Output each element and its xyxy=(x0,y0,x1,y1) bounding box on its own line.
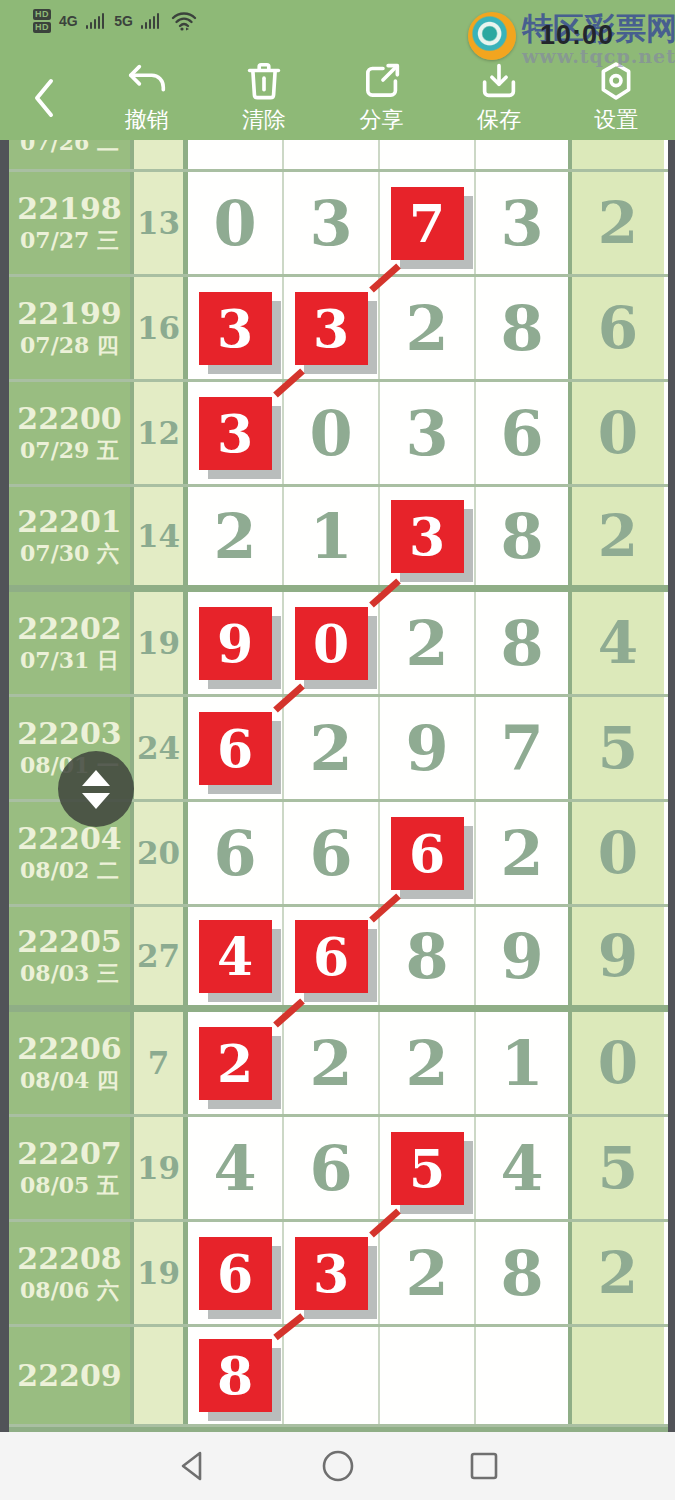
digit-cell[interactable]: 6 xyxy=(476,382,572,484)
wifi-icon xyxy=(171,10,197,32)
digit-cell[interactable]: 6 xyxy=(188,697,284,799)
chart-right-edge xyxy=(668,140,675,1433)
digit-cell[interactable]: 7 xyxy=(380,172,476,274)
back-triangle-icon xyxy=(176,1449,208,1483)
sum-cell: 27 xyxy=(134,907,188,1005)
table-row-22205: 2220508/03 三2746899 xyxy=(9,907,668,1012)
chevron-left-icon xyxy=(29,75,59,121)
digit-cell[interactable]: 3 xyxy=(284,1222,380,1324)
network-5g-label: 5G xyxy=(114,13,133,29)
tail-cell: 0 xyxy=(572,802,664,904)
issue-cell: 2220007/29 五 xyxy=(9,382,134,484)
hd-badge-icon: HD xyxy=(33,22,51,33)
tail-cell: 2 xyxy=(572,487,664,585)
digit-cell[interactable] xyxy=(284,140,380,169)
digit-cell[interactable]: 8 xyxy=(188,1327,284,1424)
tail-cell: 2 xyxy=(572,172,664,274)
settings-label: 设置 xyxy=(594,105,638,135)
draw-date: 08/05 五 xyxy=(20,1171,119,1199)
digit-cell[interactable]: 3 xyxy=(284,172,380,274)
undo-icon xyxy=(124,58,170,104)
sum-cell: 19 xyxy=(134,1117,188,1219)
digit-cell[interactable]: 6 xyxy=(284,1117,380,1219)
digit-cell[interactable]: 4 xyxy=(476,1117,572,1219)
digit-cell[interactable] xyxy=(284,1327,380,1424)
scroll-drag-handle[interactable] xyxy=(58,751,134,827)
trash-icon xyxy=(241,58,287,104)
issue-cell: 2219907/28 四 xyxy=(9,277,134,379)
digit-cell[interactable]: 2 xyxy=(380,1012,476,1114)
marked-digit[interactable]: 4 xyxy=(199,920,272,993)
tail-cell: 5 xyxy=(572,697,664,799)
sum-cell: 19 xyxy=(134,592,188,694)
marked-digit[interactable]: 6 xyxy=(199,712,272,785)
table-row-22202: 2220207/31 日1990284 xyxy=(9,592,668,697)
digit-cell[interactable]: 1 xyxy=(284,487,380,585)
issue-number: 22198 xyxy=(17,192,121,226)
digit-cell[interactable] xyxy=(380,140,476,169)
table-row-22207: 2220708/05 五1946545 xyxy=(9,1117,668,1222)
digit-cell[interactable]: 4 xyxy=(188,907,284,1005)
digit-cell[interactable]: 6 xyxy=(188,1222,284,1324)
table-row-22206: 2220608/04 四722210 xyxy=(9,1012,668,1117)
tail-cell: 6 xyxy=(572,277,664,379)
tail-cell: 5 xyxy=(572,1117,664,1219)
digit-cell[interactable]: 8 xyxy=(476,277,572,379)
toolbar: 撤销 清除 分享 xyxy=(0,56,675,140)
sum-cell: 7 xyxy=(134,1012,188,1114)
issue-cell: 2219807/27 三 xyxy=(9,172,134,274)
digit-cell[interactable]: 0 xyxy=(284,382,380,484)
table-row-partial: 07/26 二 xyxy=(9,140,668,172)
digit-cell[interactable]: 2 xyxy=(380,1222,476,1324)
digit-cell[interactable] xyxy=(476,140,572,169)
digit-cell[interactable]: 8 xyxy=(380,907,476,1005)
digit-cell[interactable]: 6 xyxy=(284,802,380,904)
digit-cell[interactable]: 6 xyxy=(380,802,476,904)
tail-cell xyxy=(572,1327,664,1424)
signal-bars-icon xyxy=(141,13,160,29)
site-logo-swirl-icon xyxy=(468,12,516,60)
android-nav-bar xyxy=(0,1432,675,1500)
issue-cell: 07/26 二 xyxy=(9,140,134,169)
issue-cell: 2220107/30 六 xyxy=(9,487,134,585)
sum-cell: 14 xyxy=(134,487,188,585)
marked-digit[interactable]: 2 xyxy=(199,1027,272,1100)
table-row-22200: 2220007/29 五1230360 xyxy=(9,382,668,487)
digit-cell[interactable]: 2 xyxy=(476,802,572,904)
draw-date: 07/29 五 xyxy=(20,436,119,464)
sum-cell: 16 xyxy=(134,277,188,379)
marked-digit[interactable]: 3 xyxy=(295,292,368,365)
issue-number: 22205 xyxy=(17,925,121,959)
undo-button[interactable]: 撤销 xyxy=(88,56,205,140)
digit-cell[interactable]: 2 xyxy=(188,487,284,585)
share-label: 分享 xyxy=(360,105,404,135)
sum-cell: 12 xyxy=(134,382,188,484)
recents-square-icon xyxy=(468,1450,500,1482)
digit-cell[interactable]: 0 xyxy=(284,592,380,694)
digit-cell[interactable]: 2 xyxy=(188,1012,284,1114)
issue-cell: 22209 xyxy=(9,1327,134,1424)
issue-number: 22200 xyxy=(17,402,121,436)
digit-cell[interactable]: 3 xyxy=(284,277,380,379)
save-button[interactable]: 保存 xyxy=(440,56,557,140)
table-row-22208: 2220808/06 六1963282 xyxy=(9,1222,668,1327)
issue-number: 22208 xyxy=(17,1242,121,1276)
marked-digit[interactable]: 0 xyxy=(295,607,368,680)
issue-cell: 2220207/31 日 xyxy=(9,592,134,694)
digit-cell[interactable]: 3 xyxy=(188,382,284,484)
nav-back-button[interactable] xyxy=(176,1449,208,1483)
digit-cell[interactable]: 3 xyxy=(380,382,476,484)
marked-digit[interactable]: 6 xyxy=(295,920,368,993)
marked-digit[interactable]: 8 xyxy=(199,1339,272,1412)
draw-date: 07/28 四 xyxy=(20,331,119,359)
arrow-up-icon xyxy=(82,770,110,786)
digit-cell[interactable]: 2 xyxy=(284,1012,380,1114)
sum-cell: 13 xyxy=(134,172,188,274)
digit-cell[interactable]: 8 xyxy=(476,1222,572,1324)
back-button[interactable] xyxy=(0,56,88,140)
issue-number: 22204 xyxy=(17,822,121,856)
tail-cell: 4 xyxy=(572,592,664,694)
marked-digit[interactable]: 6 xyxy=(391,817,464,890)
table-row-22199: 2219907/28 四1633286 xyxy=(9,277,668,382)
digit-cell[interactable]: 9 xyxy=(380,697,476,799)
table-row-22209: 222098 xyxy=(9,1327,668,1427)
digit-cell[interactable]: 3 xyxy=(476,172,572,274)
tail-cell xyxy=(572,140,664,169)
sum-cell xyxy=(134,140,188,169)
issue-number: 22207 xyxy=(17,1137,121,1171)
digit-cell[interactable]: 7 xyxy=(476,697,572,799)
table-row-22198: 2219807/27 三1303732 xyxy=(9,172,668,277)
hd-badge-icon: HD xyxy=(33,9,51,20)
draw-date: 08/02 二 xyxy=(20,856,119,884)
digit-cell[interactable]: 2 xyxy=(380,277,476,379)
draw-date: 08/04 四 xyxy=(20,1066,119,1094)
share-button[interactable]: 分享 xyxy=(323,56,440,140)
hd-badges: HD HD xyxy=(33,9,51,33)
marked-digit[interactable]: 6 xyxy=(199,1237,272,1310)
digit-cell[interactable] xyxy=(188,140,284,169)
digit-cell[interactable] xyxy=(476,1327,572,1424)
save-label: 保存 xyxy=(477,105,521,135)
sum-cell: 20 xyxy=(134,802,188,904)
issue-number: 22209 xyxy=(17,1359,121,1393)
marked-digit[interactable]: 5 xyxy=(391,1132,464,1205)
digit-cell[interactable]: 6 xyxy=(284,907,380,1005)
digit-cell[interactable]: 5 xyxy=(380,1117,476,1219)
tail-cell: 0 xyxy=(572,1012,664,1114)
digit-cell[interactable]: 9 xyxy=(188,592,284,694)
issue-number: 22203 xyxy=(17,717,121,751)
issue-cell: 2220808/06 六 xyxy=(9,1222,134,1324)
tail-cell: 0 xyxy=(572,382,664,484)
marked-digit[interactable]: 3 xyxy=(199,397,272,470)
sum-cell: 24 xyxy=(134,697,188,799)
marked-digit[interactable]: 7 xyxy=(391,187,464,260)
status-left-icons: HD HD 4G 5G xyxy=(33,9,197,33)
marked-digit[interactable]: 3 xyxy=(199,292,272,365)
issue-cell: 2220508/03 三 xyxy=(9,907,134,1005)
home-circle-icon xyxy=(320,1448,356,1484)
digit-cell[interactable]: 2 xyxy=(284,697,380,799)
digit-cell[interactable]: 3 xyxy=(188,277,284,379)
issue-number: 22201 xyxy=(17,505,121,539)
network-4g-label: 4G xyxy=(59,13,78,29)
share-icon xyxy=(359,58,405,104)
marked-digit[interactable]: 3 xyxy=(295,1237,368,1310)
draw-date: 08/06 六 xyxy=(20,1276,119,1304)
table-row-22201: 2220107/30 六1421382 xyxy=(9,487,668,592)
sum-cell xyxy=(134,1327,188,1424)
undo-label: 撤销 xyxy=(125,105,169,135)
nav-recents-button[interactable] xyxy=(468,1450,500,1482)
digit-cell[interactable]: 4 xyxy=(188,1117,284,1219)
digit-cell[interactable]: 8 xyxy=(476,487,572,585)
settings-button[interactable]: 设置 xyxy=(558,56,675,140)
clear-button[interactable]: 清除 xyxy=(205,56,322,140)
digit-cell[interactable]: 8 xyxy=(476,592,572,694)
issue-cell: 2220608/04 四 xyxy=(9,1012,134,1114)
draw-date: 07/31 日 xyxy=(20,646,119,674)
chart-left-edge xyxy=(0,140,9,1433)
digit-cell[interactable]: 1 xyxy=(476,1012,572,1114)
draw-date: 07/27 三 xyxy=(20,226,119,254)
draw-date: 08/03 三 xyxy=(20,959,119,987)
digit-cell[interactable]: 6 xyxy=(188,802,284,904)
issue-number: 22206 xyxy=(17,1032,121,1066)
digit-cell[interactable] xyxy=(380,1327,476,1424)
nav-home-button[interactable] xyxy=(320,1448,356,1484)
draw-date: 07/30 六 xyxy=(20,539,119,567)
sum-cell: 19 xyxy=(134,1222,188,1324)
issue-number: 22202 xyxy=(17,612,121,646)
clock: 10:00 xyxy=(540,20,614,51)
digit-cell[interactable]: 9 xyxy=(476,907,572,1005)
marked-digit[interactable]: 3 xyxy=(391,500,464,573)
digit-cell[interactable]: 0 xyxy=(188,172,284,274)
issue-number: 22199 xyxy=(17,297,121,331)
tail-cell: 2 xyxy=(572,1222,664,1324)
clear-label: 清除 xyxy=(242,105,286,135)
marked-digit[interactable]: 9 xyxy=(199,607,272,680)
issue-cell: 2220708/05 五 xyxy=(9,1117,134,1219)
digit-cell[interactable]: 3 xyxy=(380,487,476,585)
tail-cell: 9 xyxy=(572,907,664,1005)
arrow-down-icon xyxy=(82,793,110,809)
signal-bars-icon xyxy=(86,13,105,29)
digit-cell[interactable]: 2 xyxy=(380,592,476,694)
